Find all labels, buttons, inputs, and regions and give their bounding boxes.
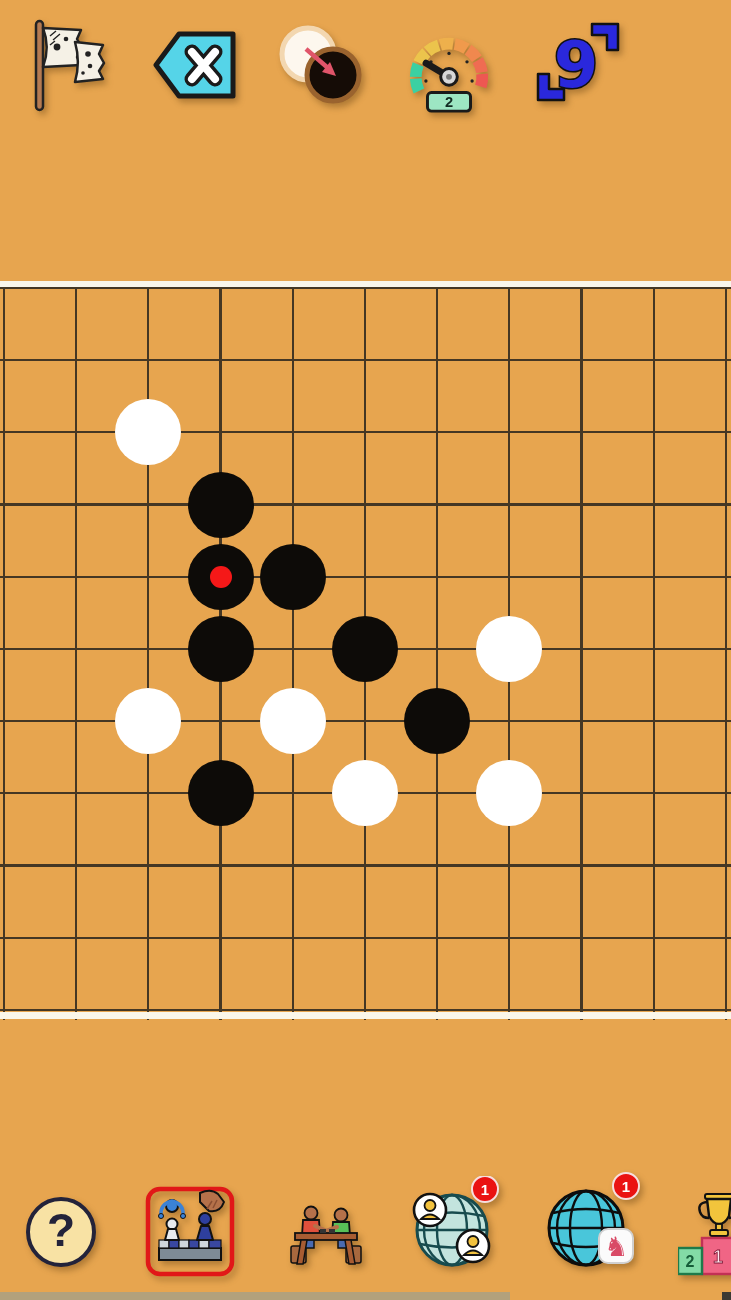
board-cell-3-0[interactable] (184, 281, 256, 324)
swap-color-button[interactable] (278, 24, 364, 106)
board-cell-1-0[interactable] (40, 281, 112, 324)
board-cell-4-2[interactable] (257, 396, 329, 468)
board-cell-10-5[interactable] (690, 613, 731, 685)
speedometer-icon: 2 (398, 26, 500, 116)
board-cell-1-6[interactable] (40, 685, 112, 757)
globe-players-icon: 1 (405, 1176, 501, 1274)
board-cell-8-6[interactable] (545, 685, 617, 757)
white-to-black-stone-arrow-icon (278, 24, 364, 106)
board-cell-2-3[interactable] (112, 468, 184, 540)
board-cell-8-9[interactable] (545, 902, 617, 974)
board-cell-3-6[interactable] (184, 685, 256, 757)
board-cell-1-3[interactable] (40, 468, 112, 540)
board-cell-3-7[interactable] (184, 757, 256, 829)
help-label: ? (47, 1207, 75, 1253)
stone-black (188, 760, 254, 826)
board-cell-1-9[interactable] (40, 902, 112, 974)
board-cell-5-7[interactable] (329, 757, 401, 829)
board-cell-4-5[interactable] (257, 613, 329, 685)
board-bottom-separator (0, 1012, 731, 1019)
board-cell-2-1[interactable] (112, 324, 184, 396)
stone-white (476, 760, 542, 826)
board-cell-2-2[interactable] (112, 396, 184, 468)
board-cell-8-8[interactable] (545, 829, 617, 901)
board-cell-2-9[interactable] (112, 902, 184, 974)
board-cell-0-3[interactable] (0, 468, 40, 540)
board-cell-10-4[interactable] (690, 541, 731, 613)
board-cell-6-9[interactable] (401, 902, 473, 974)
stone-white (332, 760, 398, 826)
stone-white (476, 616, 542, 682)
board-cell-5-4[interactable] (329, 541, 401, 613)
board-cell-9-9[interactable] (618, 902, 690, 974)
board-cell-4-1[interactable] (257, 324, 329, 396)
board-top-separator (0, 281, 731, 287)
board-cell-10-7[interactable] (690, 757, 731, 829)
white-flag-icon (26, 18, 108, 113)
board-cell-3-8[interactable] (184, 829, 256, 901)
robot-vs-hand-chess-icon (145, 1186, 235, 1277)
board-cell-6-3[interactable] (401, 468, 473, 540)
board-cell-0-8[interactable] (0, 829, 40, 901)
podium-first-label: 1 (713, 1247, 723, 1267)
board-cell-4-7[interactable] (257, 757, 329, 829)
leaderboard-button[interactable]: 2 1 (678, 1192, 731, 1276)
board-cell-9-0[interactable] (618, 281, 690, 324)
board-cell-7-0[interactable] (473, 281, 545, 324)
variant-badge: 1 (622, 1178, 630, 1195)
board-cell-9-5[interactable] (618, 613, 690, 685)
board-cell-3-5[interactable] (184, 613, 256, 685)
board-cell-4-0[interactable] (257, 281, 329, 324)
online-match-button[interactable]: 1 (405, 1176, 501, 1274)
board-size-button[interactable]: 9 (532, 18, 624, 110)
board-cell-4-3[interactable] (257, 468, 329, 540)
board-cell-6-6[interactable] (401, 685, 473, 757)
board-cell-9-6[interactable] (618, 685, 690, 757)
board-cell-10-8[interactable] (690, 829, 731, 901)
board-size-value: 9 (554, 28, 599, 102)
board-cell-8-3[interactable] (545, 468, 617, 540)
board-cell-0-1[interactable] (0, 324, 40, 396)
board-cell-0-9[interactable] (0, 902, 40, 974)
board-cell-6-8[interactable] (401, 829, 473, 901)
board-cell-10-9[interactable] (690, 902, 731, 974)
board-cell-3-3[interactable] (184, 468, 256, 540)
stone-white (260, 688, 326, 754)
board-cell-6-1[interactable] (401, 324, 473, 396)
board-cell-5-1[interactable] (329, 324, 401, 396)
two-players-table-icon (279, 1200, 373, 1270)
board-cell-7-4[interactable] (473, 541, 545, 613)
difficulty-gauge-button[interactable]: 2 (398, 26, 500, 116)
board-area (0, 281, 731, 1020)
stone-black (404, 688, 470, 754)
board-cell-2-0[interactable] (112, 281, 184, 324)
board-cell-0-5[interactable] (0, 613, 40, 685)
board-cell-7-7[interactable] (473, 757, 545, 829)
board-cell-6-0[interactable] (401, 281, 473, 324)
bottom-strip (0, 1292, 510, 1300)
bottom-corner (722, 1292, 731, 1300)
board-cell-1-8[interactable] (40, 829, 112, 901)
board-cell-9-3[interactable] (618, 468, 690, 540)
board-cell-6-2[interactable] (401, 396, 473, 468)
board-cell-1-4[interactable] (40, 541, 112, 613)
board-cell-1-1[interactable] (40, 324, 112, 396)
globe-knight-icon: ♞ 1 (542, 1172, 642, 1274)
stone-white (115, 688, 181, 754)
board-cell-8-1[interactable] (545, 324, 617, 396)
podium-second-label: 2 (686, 1253, 695, 1270)
board-cell-4-4[interactable] (257, 541, 329, 613)
board-cell-9-4[interactable] (618, 541, 690, 613)
back-x-icon (152, 31, 238, 99)
pass-and-play-button[interactable] (279, 1200, 373, 1270)
online-variant-button[interactable]: ♞ 1 (542, 1172, 642, 1274)
board-cell-9-1[interactable] (618, 324, 690, 396)
stone-black (260, 544, 326, 610)
undo-button[interactable] (152, 31, 238, 99)
board-cell-8-5[interactable] (545, 613, 617, 685)
board-cell-9-8[interactable] (618, 829, 690, 901)
board-cell-2-4[interactable] (112, 541, 184, 613)
online-badge: 1 (481, 1181, 489, 1198)
board-cell-9-7[interactable] (618, 757, 690, 829)
board-cell-5-8[interactable] (329, 829, 401, 901)
stone-black (332, 616, 398, 682)
app-screen: { "game": "gomoku", "board": { "lines": … (0, 0, 731, 1300)
board-cell-0-2[interactable] (0, 396, 40, 468)
board-cell-7-5[interactable] (473, 613, 545, 685)
board-cell-8-2[interactable] (545, 396, 617, 468)
board-cell-7-6[interactable] (473, 685, 545, 757)
board-cell-0-7[interactable] (0, 757, 40, 829)
stone-black (188, 544, 254, 610)
board-cell-2-8[interactable] (112, 829, 184, 901)
board-cell-10-6[interactable] (690, 685, 731, 757)
help-button[interactable]: ? (26, 1197, 96, 1267)
board-cell-0-0[interactable] (0, 281, 40, 324)
board-cell-1-5[interactable] (40, 613, 112, 685)
number-brackets-icon: 9 (532, 18, 624, 110)
board-cell-2-6[interactable] (112, 685, 184, 757)
board-cell-5-9[interactable] (329, 902, 401, 974)
stone-white (115, 399, 181, 465)
board-cell-7-1[interactable] (473, 324, 545, 396)
board-cell-7-3[interactable] (473, 468, 545, 540)
board-cell-3-9[interactable] (184, 902, 256, 974)
board-cell-10-1[interactable] (690, 324, 731, 396)
stone-black (188, 616, 254, 682)
vs-computer-button[interactable] (145, 1186, 235, 1277)
board-cell-6-7[interactable] (401, 757, 473, 829)
board-cell-2-7[interactable] (112, 757, 184, 829)
knight-glyph: ♞ (604, 1231, 628, 1262)
board-grid (0, 281, 731, 1020)
difficulty-value: 2 (445, 94, 453, 110)
board-cell-8-0[interactable] (545, 281, 617, 324)
resign-flag-button[interactable] (26, 18, 108, 113)
last-move-marker (210, 566, 232, 588)
board-cell-6-4[interactable] (401, 541, 473, 613)
board-cell-10-3[interactable] (690, 468, 731, 540)
board-cell-6-5[interactable] (401, 613, 473, 685)
board-cell-5-5[interactable] (329, 613, 401, 685)
board-cell-9-2[interactable] (618, 396, 690, 468)
stone-black (188, 472, 254, 538)
board-cell-1-2[interactable] (40, 396, 112, 468)
board-cell-7-8[interactable] (473, 829, 545, 901)
board-cell-8-4[interactable] (545, 541, 617, 613)
board-cell-3-2[interactable] (184, 396, 256, 468)
board-cell-10-0[interactable] (690, 281, 731, 324)
board-cell-7-2[interactable] (473, 396, 545, 468)
board-cell-1-7[interactable] (40, 757, 112, 829)
board-cell-3-1[interactable] (184, 324, 256, 396)
question-mark-icon: ? (26, 1197, 96, 1267)
board-cell-4-9[interactable] (257, 902, 329, 974)
board-cell-0-4[interactable] (0, 541, 40, 613)
board-cell-5-0[interactable] (329, 281, 401, 324)
board-cell-4-8[interactable] (257, 829, 329, 901)
board-cell-10-2[interactable] (690, 396, 731, 468)
board-cell-3-4[interactable] (184, 541, 256, 613)
board-cell-5-2[interactable] (329, 396, 401, 468)
board-cell-0-6[interactable] (0, 685, 40, 757)
board-cell-5-6[interactable] (329, 685, 401, 757)
board-cell-4-6[interactable] (257, 685, 329, 757)
board-cell-8-7[interactable] (545, 757, 617, 829)
board-cell-5-3[interactable] (329, 468, 401, 540)
board-cell-2-5[interactable] (112, 613, 184, 685)
board-cell-7-9[interactable] (473, 902, 545, 974)
trophy-podium-icon: 2 1 (678, 1192, 731, 1276)
